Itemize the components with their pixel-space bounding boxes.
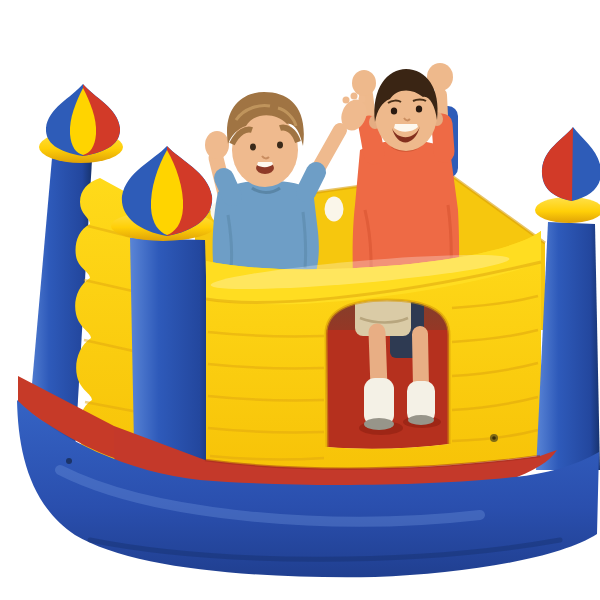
child-left-fist-right <box>205 131 229 159</box>
child-right-fist-right <box>352 70 376 96</box>
vent-hole-center <box>325 197 344 222</box>
air-valve-base <box>66 458 72 464</box>
tower-front-right <box>535 120 600 470</box>
leg-right <box>420 334 421 388</box>
tower-front-right-ring <box>535 197 600 223</box>
bounce-castle-photo <box>0 0 600 600</box>
product-photo-stage: Two children playing inside a yellow, bl… <box>0 0 600 600</box>
doorway-interior <box>320 295 455 455</box>
